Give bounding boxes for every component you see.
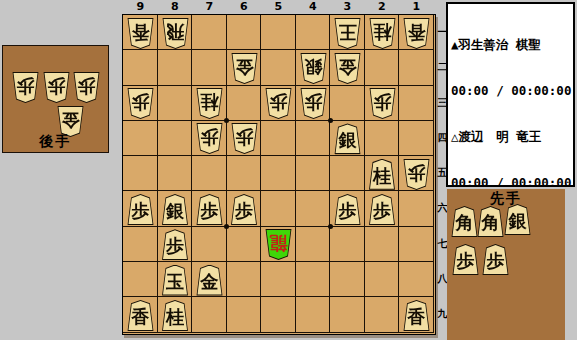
shogi-piece[interactable]: 玉 [162, 265, 189, 296]
piece-kanji: 銀 [334, 123, 361, 154]
shogi-piece[interactable]: 歩 [403, 159, 430, 190]
game-info-panel: ▲羽生善治 棋聖 00:00 / 00:00:00 △渡辺 明 竜王 00:00… [446, 2, 575, 187]
piece-kanji: 角 [451, 206, 478, 237]
board-cell[interactable] [261, 156, 296, 191]
board-cell[interactable] [123, 121, 158, 156]
shogi-piece[interactable]: 王 [334, 18, 361, 49]
board-cell[interactable] [261, 262, 296, 297]
shogi-piece[interactable]: 歩 [127, 88, 154, 119]
shogi-kifu-viewer: 歩歩歩金 後手 987654321 一二三四五六七八九 香飛王桂香金銀金歩桂歩歩… [0, 0, 577, 340]
board-cell[interactable] [330, 227, 365, 262]
board-cell[interactable] [296, 227, 331, 262]
piece-kanji: 王 [334, 18, 361, 49]
board-cell[interactable] [123, 227, 158, 262]
piece-kanji: 桂 [196, 88, 223, 119]
board-cell[interactable] [365, 297, 400, 332]
shogi-piece[interactable]: 香 [127, 300, 154, 331]
board-cell[interactable] [365, 121, 400, 156]
file-label: 7 [192, 1, 227, 13]
shogi-piece[interactable]: 歩 [231, 194, 258, 225]
board-cell[interactable] [399, 262, 434, 297]
piece-kanji: 歩 [12, 72, 39, 103]
piece-kanji: 龍 [265, 229, 292, 260]
gote-player: △渡辺 明 竜王 [451, 129, 571, 144]
file-label: 9 [123, 1, 158, 13]
board-cell[interactable] [330, 297, 365, 332]
board-cell[interactable] [296, 297, 331, 332]
hoshi-dot [328, 118, 333, 123]
board-cell[interactable] [399, 86, 434, 121]
shogi-piece[interactable]: 歩 [43, 72, 70, 103]
board-cell[interactable] [296, 262, 331, 297]
gote-clock: 00:00 / 00:00:00 [451, 175, 571, 187]
shogi-piece[interactable]: 角 [477, 206, 504, 237]
piece-kanji: 歩 [482, 244, 509, 275]
piece-kanji: 香 [403, 300, 430, 331]
shogi-piece[interactable]: 歩 [334, 194, 361, 225]
board-cell[interactable] [399, 227, 434, 262]
shogi-piece[interactable]: 香 [127, 18, 154, 49]
piece-kanji: 歩 [334, 194, 361, 225]
file-label: 5 [261, 1, 296, 13]
board-cell[interactable] [123, 262, 158, 297]
shogi-piece[interactable]: 歩 [482, 244, 509, 275]
shogi-piece[interactable]: 桂 [196, 88, 223, 119]
piece-kanji: 歩 [196, 123, 223, 154]
piece-kanji: 歩 [403, 159, 430, 190]
shogi-piece[interactable]: 桂 [369, 159, 396, 190]
board-cell[interactable] [158, 156, 193, 191]
board-cell[interactable] [227, 156, 262, 191]
piece-kanji: 銀 [162, 194, 189, 225]
board-cell[interactable] [227, 262, 262, 297]
piece-kanji: 香 [403, 18, 430, 49]
piece-kanji: 香 [127, 300, 154, 331]
piece-kanji: 歩 [369, 194, 396, 225]
shogi-piece[interactable]: 銀 [504, 204, 531, 235]
board-cell[interactable] [261, 121, 296, 156]
hoshi-dot [328, 224, 333, 229]
piece-kanji: 歩 [127, 88, 154, 119]
shogi-board[interactable]: 香飛王桂香金銀金歩桂歩歩歩歩歩銀桂歩歩銀歩歩歩歩歩龍玉金香桂香 [122, 14, 436, 335]
board-cell[interactable] [365, 227, 400, 262]
shogi-piece[interactable]: 歩 [196, 123, 223, 154]
shogi-piece[interactable]: 歩 [162, 229, 189, 260]
board-cell[interactable] [227, 15, 262, 50]
board-cell[interactable] [227, 227, 262, 262]
piece-kanji: 歩 [43, 72, 70, 103]
board-cell[interactable] [261, 191, 296, 226]
sente-player: ▲羽生善治 棋聖 [451, 37, 571, 52]
board-cell[interactable] [399, 191, 434, 226]
board-cell[interactable] [123, 156, 158, 191]
board-cell[interactable] [192, 15, 227, 50]
board-cell[interactable] [399, 121, 434, 156]
sente-label: 先手 [447, 190, 565, 208]
shogi-piece[interactable]: 歩 [196, 194, 223, 225]
shogi-piece[interactable]: 角 [451, 206, 478, 237]
shogi-piece[interactable]: 金 [196, 265, 223, 296]
board-cell[interactable] [330, 156, 365, 191]
board-cell[interactable] [296, 15, 331, 50]
piece-kanji: 桂 [369, 159, 396, 190]
board-cell[interactable] [227, 297, 262, 332]
sente-hand-tray: 先手 角角銀歩歩 [447, 189, 565, 340]
board-cell[interactable] [399, 50, 434, 85]
board-cell[interactable] [192, 297, 227, 332]
board-cell[interactable] [330, 262, 365, 297]
board-cell[interactable] [296, 121, 331, 156]
file-label: 2 [365, 1, 400, 13]
shogi-piece[interactable]: 銀 [334, 123, 361, 154]
piece-kanji: 銀 [504, 204, 531, 235]
piece-kanji: 金 [196, 265, 223, 296]
piece-kanji: 歩 [73, 72, 100, 103]
shogi-piece[interactable]: 歩 [452, 244, 479, 275]
board-cell[interactable] [296, 156, 331, 191]
piece-kanji: 歩 [162, 229, 189, 260]
board-cell[interactable] [261, 15, 296, 50]
board-cell[interactable] [158, 121, 193, 156]
board-cell[interactable] [123, 50, 158, 85]
piece-kanji: 歩 [196, 194, 223, 225]
board-cell[interactable] [158, 50, 193, 85]
piece-kanji: 金 [334, 53, 361, 84]
shogi-piece[interactable]: 歩 [73, 72, 100, 103]
shogi-piece[interactable]: 桂 [162, 300, 189, 331]
piece-kanji: 玉 [162, 265, 189, 296]
piece-kanji: 桂 [162, 300, 189, 331]
gote-label: 後手 [3, 133, 108, 151]
shogi-piece[interactable]: 銀 [162, 194, 189, 225]
gote-hand-tray: 歩歩歩金 後手 [2, 45, 109, 153]
piece-kanji: 歩 [231, 194, 258, 225]
board-cell[interactable] [227, 86, 262, 121]
board-cell[interactable] [261, 50, 296, 85]
file-label: 1 [399, 1, 434, 13]
board-cell[interactable] [365, 50, 400, 85]
shogi-piece[interactable]: 歩 [369, 194, 396, 225]
piece-kanji: 歩 [127, 194, 154, 225]
piece-kanji: 角 [477, 206, 504, 237]
board-cell[interactable] [261, 297, 296, 332]
file-labels: 987654321 [123, 1, 434, 13]
shogi-piece[interactable]: 歩 [265, 88, 292, 119]
sente-clock: 00:00 / 00:00:00 [451, 83, 571, 98]
piece-kanji: 歩 [452, 244, 479, 275]
piece-kanji: 香 [127, 18, 154, 49]
board-cell[interactable] [192, 227, 227, 262]
file-label: 3 [330, 1, 365, 13]
board-cell[interactable] [330, 86, 365, 121]
shogi-piece[interactable]: 歩 [12, 72, 39, 103]
shogi-piece[interactable]: 香 [403, 300, 430, 331]
shogi-piece[interactable]: 龍 [265, 229, 292, 260]
file-label: 6 [227, 1, 262, 13]
shogi-piece[interactable]: 香 [403, 18, 430, 49]
shogi-piece[interactable]: 金 [334, 53, 361, 84]
file-label: 4 [296, 1, 331, 13]
file-label: 8 [158, 1, 193, 13]
shogi-piece[interactable]: 歩 [127, 194, 154, 225]
board-cell[interactable] [192, 156, 227, 191]
board-cell[interactable] [365, 262, 400, 297]
board-cell[interactable] [158, 86, 193, 121]
board-cell[interactable] [296, 191, 331, 226]
board-cell[interactable] [192, 50, 227, 85]
piece-kanji: 歩 [265, 88, 292, 119]
